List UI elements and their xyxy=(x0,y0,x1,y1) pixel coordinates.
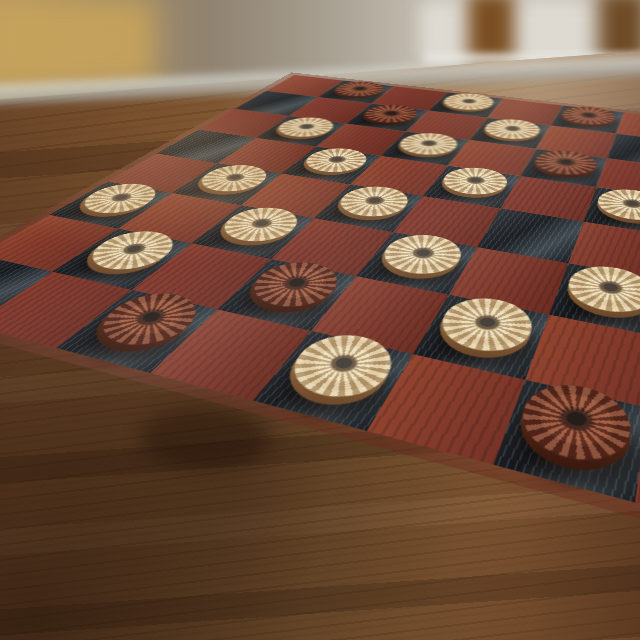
window-light-blur xyxy=(0,0,155,85)
photo-scene xyxy=(0,0,640,640)
wood-stain xyxy=(140,408,270,468)
